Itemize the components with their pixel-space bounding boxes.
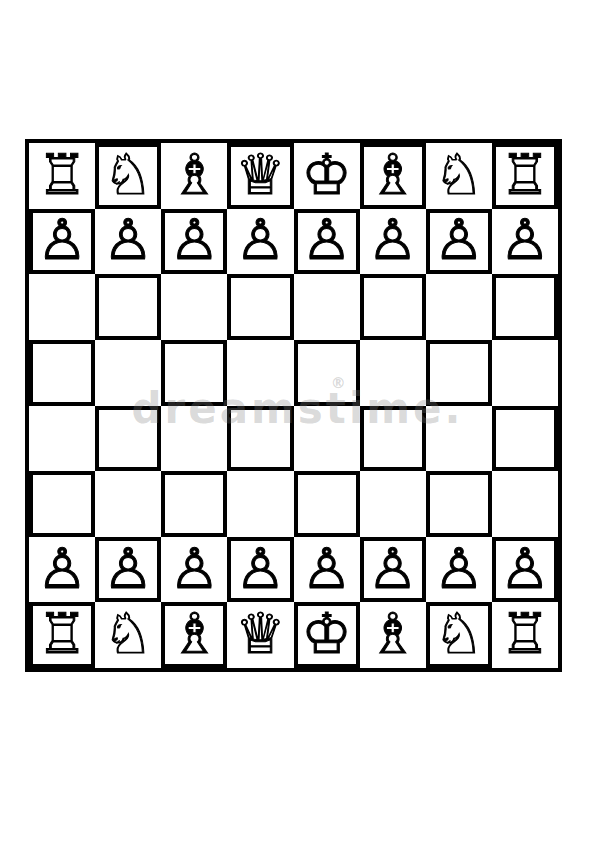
bishop-c8: ♗ bbox=[169, 147, 219, 203]
square-b8[interactable]: ♘ bbox=[95, 143, 161, 209]
square-b6[interactable] bbox=[95, 274, 161, 340]
bishop-f1: ♗ bbox=[368, 606, 418, 662]
square-a5[interactable] bbox=[29, 340, 95, 406]
square-f2[interactable]: ♙ bbox=[360, 537, 426, 603]
square-h4[interactable] bbox=[492, 406, 558, 472]
square-d1[interactable]: ♕ bbox=[227, 602, 293, 668]
square-e5[interactable] bbox=[294, 340, 360, 406]
square-g8[interactable]: ♘ bbox=[426, 143, 492, 209]
square-c4[interactable] bbox=[161, 406, 227, 472]
square-c1[interactable]: ♗ bbox=[161, 602, 227, 668]
knight-g8: ♘ bbox=[434, 147, 484, 203]
square-f3[interactable] bbox=[360, 471, 426, 537]
pawn-a2: ♙ bbox=[37, 541, 87, 597]
square-c8[interactable]: ♗ bbox=[161, 143, 227, 209]
square-d4[interactable] bbox=[227, 406, 293, 472]
square-e2[interactable]: ♙ bbox=[294, 537, 360, 603]
square-g3[interactable] bbox=[426, 471, 492, 537]
square-e7[interactable]: ♙ bbox=[294, 209, 360, 275]
square-d5[interactable] bbox=[227, 340, 293, 406]
square-h6[interactable] bbox=[492, 274, 558, 340]
pawn-b2: ♙ bbox=[103, 541, 153, 597]
square-c6[interactable] bbox=[161, 274, 227, 340]
square-b2[interactable]: ♙ bbox=[95, 537, 161, 603]
pawn-e2: ♙ bbox=[301, 541, 351, 597]
square-b7[interactable]: ♙ bbox=[95, 209, 161, 275]
square-g4[interactable] bbox=[426, 406, 492, 472]
pawn-h2: ♙ bbox=[500, 541, 550, 597]
square-b4[interactable] bbox=[95, 406, 161, 472]
pawn-b7: ♙ bbox=[103, 212, 153, 268]
pawn-d2: ♙ bbox=[235, 541, 285, 597]
square-c2[interactable]: ♙ bbox=[161, 537, 227, 603]
queen-d8: ♕ bbox=[235, 147, 285, 203]
square-h7[interactable]: ♙ bbox=[492, 209, 558, 275]
knight-b1: ♘ bbox=[103, 606, 153, 662]
square-d7[interactable]: ♙ bbox=[227, 209, 293, 275]
square-e4[interactable] bbox=[294, 406, 360, 472]
square-f8[interactable]: ♗ bbox=[360, 143, 426, 209]
square-e8[interactable]: ♔ bbox=[294, 143, 360, 209]
square-a2[interactable]: ♙ bbox=[29, 537, 95, 603]
pawn-c2: ♙ bbox=[169, 541, 219, 597]
square-a7[interactable]: ♙ bbox=[29, 209, 95, 275]
square-e1[interactable]: ♔ bbox=[294, 602, 360, 668]
knight-g1: ♘ bbox=[434, 606, 484, 662]
rook-h1: ♖ bbox=[500, 606, 550, 662]
square-a6[interactable] bbox=[29, 274, 95, 340]
pawn-e7: ♙ bbox=[301, 212, 351, 268]
pawn-f2: ♙ bbox=[368, 541, 418, 597]
square-c7[interactable]: ♙ bbox=[161, 209, 227, 275]
square-g6[interactable] bbox=[426, 274, 492, 340]
square-g5[interactable] bbox=[426, 340, 492, 406]
square-a1[interactable]: ♖ bbox=[29, 602, 95, 668]
square-h2[interactable]: ♙ bbox=[492, 537, 558, 603]
square-h5[interactable] bbox=[492, 340, 558, 406]
king-e1: ♔ bbox=[301, 606, 351, 662]
square-h8[interactable]: ♖ bbox=[492, 143, 558, 209]
square-e6[interactable] bbox=[294, 274, 360, 340]
square-g1[interactable]: ♘ bbox=[426, 602, 492, 668]
square-d2[interactable]: ♙ bbox=[227, 537, 293, 603]
pawn-f7: ♙ bbox=[368, 212, 418, 268]
pawn-h7: ♙ bbox=[500, 212, 550, 268]
square-f5[interactable] bbox=[360, 340, 426, 406]
square-d6[interactable] bbox=[227, 274, 293, 340]
page: ♖♘♗♕♔♗♘♖♙♙♙♙♙♙♙♙♙♙♙♙♙♙♙♙♖♘♗♕♔♗♘♖ ® dream… bbox=[0, 0, 595, 842]
square-a3[interactable] bbox=[29, 471, 95, 537]
square-f7[interactable]: ♙ bbox=[360, 209, 426, 275]
square-b5[interactable] bbox=[95, 340, 161, 406]
square-g7[interactable]: ♙ bbox=[426, 209, 492, 275]
rook-h8: ♖ bbox=[500, 147, 550, 203]
square-c3[interactable] bbox=[161, 471, 227, 537]
rook-a8: ♖ bbox=[37, 147, 87, 203]
square-a8[interactable]: ♖ bbox=[29, 143, 95, 209]
square-h1[interactable]: ♖ bbox=[492, 602, 558, 668]
square-c5[interactable] bbox=[161, 340, 227, 406]
rook-a1: ♖ bbox=[37, 606, 87, 662]
bishop-f8: ♗ bbox=[368, 147, 418, 203]
square-f6[interactable] bbox=[360, 274, 426, 340]
square-f1[interactable]: ♗ bbox=[360, 602, 426, 668]
pawn-g7: ♙ bbox=[434, 212, 484, 268]
square-b1[interactable]: ♘ bbox=[95, 602, 161, 668]
pawn-g2: ♙ bbox=[434, 541, 484, 597]
pawn-a7: ♙ bbox=[37, 212, 87, 268]
square-f4[interactable] bbox=[360, 406, 426, 472]
queen-d1: ♕ bbox=[235, 606, 285, 662]
square-h3[interactable] bbox=[492, 471, 558, 537]
square-d8[interactable]: ♕ bbox=[227, 143, 293, 209]
chess-board: ♖♘♗♕♔♗♘♖♙♙♙♙♙♙♙♙♙♙♙♙♙♙♙♙♖♘♗♕♔♗♘♖ bbox=[25, 139, 562, 672]
king-e8: ♔ bbox=[301, 147, 351, 203]
pawn-c7: ♙ bbox=[169, 212, 219, 268]
pawn-d7: ♙ bbox=[235, 212, 285, 268]
bishop-c1: ♗ bbox=[169, 606, 219, 662]
square-b3[interactable] bbox=[95, 471, 161, 537]
square-a4[interactable] bbox=[29, 406, 95, 472]
square-e3[interactable] bbox=[294, 471, 360, 537]
knight-b8: ♘ bbox=[103, 147, 153, 203]
square-d3[interactable] bbox=[227, 471, 293, 537]
square-g2[interactable]: ♙ bbox=[426, 537, 492, 603]
